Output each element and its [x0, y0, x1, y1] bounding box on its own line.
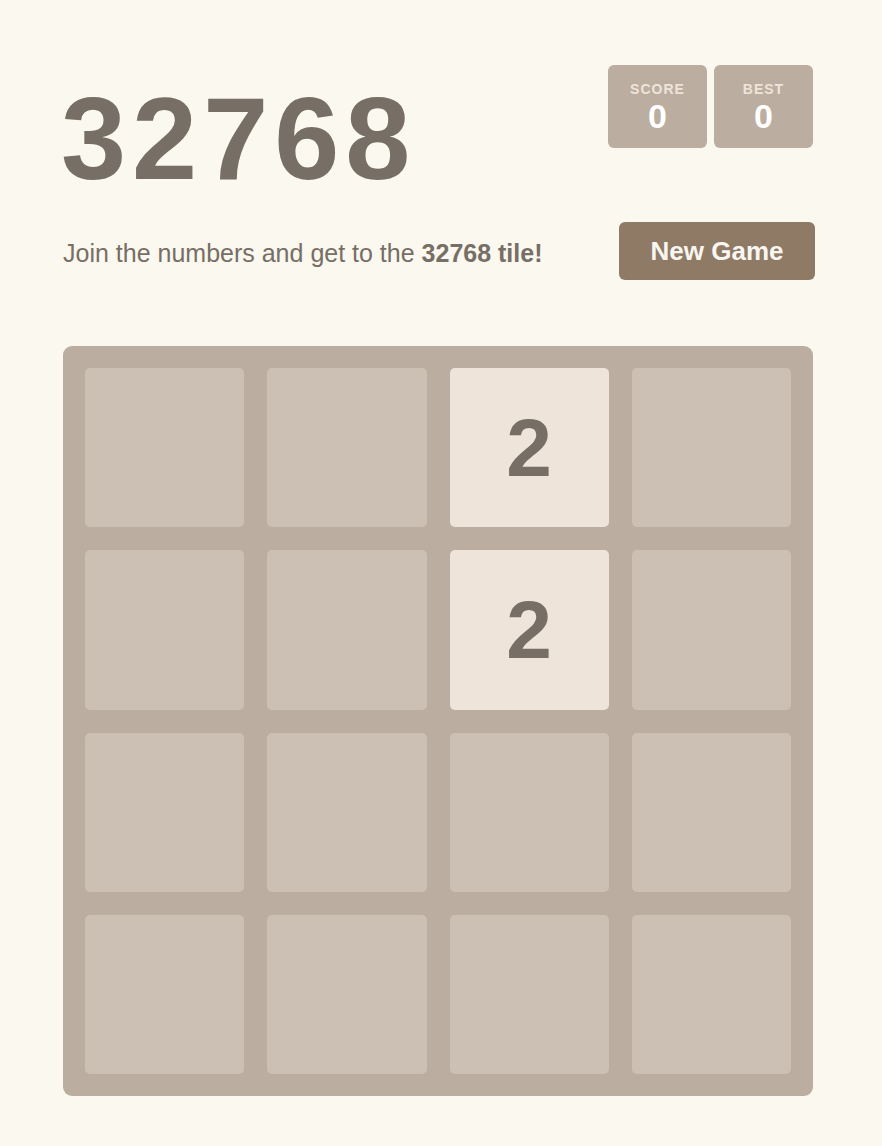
game-title: 32768	[61, 80, 416, 197]
cell-r0c0	[85, 368, 244, 527]
cell-r2c3	[632, 733, 791, 892]
score-label: SCORE	[630, 81, 685, 97]
intro-goal: 32768 tile!	[422, 239, 543, 267]
new-game-button[interactable]: New Game	[619, 222, 815, 280]
intro-text: Join the numbers and get to the 32768 ti…	[63, 238, 543, 268]
cell-r2c2	[450, 733, 609, 892]
best-label: BEST	[743, 81, 784, 97]
best-value: 0	[754, 97, 773, 135]
cell-r2c0	[85, 733, 244, 892]
cell-r0c3	[632, 368, 791, 527]
cell-r0c1	[267, 368, 426, 527]
cell-r3c0	[85, 915, 244, 1074]
best-box: BEST 0	[714, 65, 813, 148]
score-box: SCORE 0	[608, 65, 707, 148]
game-board[interactable]: 22	[63, 346, 813, 1096]
cell-r2c1	[267, 733, 426, 892]
page: 32768 SCORE 0 BEST 0 Join the numbers an…	[0, 0, 882, 1146]
tile-2: 2	[450, 550, 609, 709]
tile-2: 2	[450, 368, 609, 527]
score-value: 0	[648, 97, 667, 135]
cell-r3c1	[267, 915, 426, 1074]
cell-r1c0	[85, 550, 244, 709]
cell-r1c3	[632, 550, 791, 709]
intro-text-before: Join the numbers and get to the	[63, 239, 422, 267]
cell-r1c1	[267, 550, 426, 709]
cell-r3c2	[450, 915, 609, 1074]
cell-r3c3	[632, 915, 791, 1074]
